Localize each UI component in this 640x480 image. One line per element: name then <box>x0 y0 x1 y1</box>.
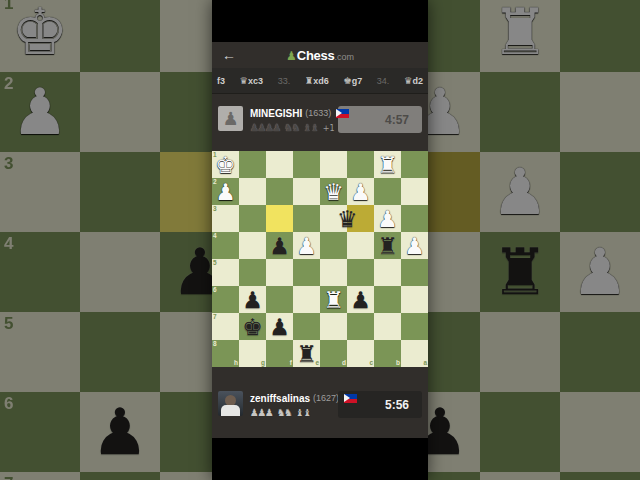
square-h8[interactable]: 8h <box>212 340 239 367</box>
square-c1[interactable] <box>347 151 374 178</box>
square-a2[interactable] <box>401 178 428 205</box>
letterbox-top <box>212 0 428 42</box>
square-g1[interactable] <box>239 151 266 178</box>
square-a7[interactable] <box>560 472 640 480</box>
chess-app: ← ♟Chess.com f3♛xc333.♜xd6♚g734.♛d2 ♟ MI… <box>212 42 428 438</box>
square-f3[interactable] <box>266 205 293 232</box>
square-h2[interactable]: 2♟ <box>212 178 239 205</box>
square-h7[interactable]: 7 <box>212 313 239 340</box>
square-f4[interactable]: ♟ <box>266 232 293 259</box>
rank-label-4: 4 <box>4 235 13 252</box>
square-g2[interactable] <box>80 72 160 152</box>
square-e5[interactable] <box>293 259 320 286</box>
square-a4[interactable]: ♟ <box>560 232 640 312</box>
back-button[interactable]: ← <box>212 47 246 63</box>
player-info-bottom: zeniffsalinas (1627) ♟♟♟♞♞♝♝ <box>250 391 338 419</box>
player-info-top: MINEGISHI (1633) ♟♟♟♟♞♞♝♝+1 <box>250 106 338 134</box>
square-f6[interactable] <box>266 286 293 313</box>
square-b4[interactable]: ♜ <box>480 232 560 312</box>
move-number: 33. <box>278 76 291 86</box>
square-g4[interactable] <box>80 232 160 312</box>
square-a5[interactable] <box>401 259 428 286</box>
black-pawn-f4[interactable]: ♟ <box>266 232 293 259</box>
square-h6[interactable]: 6 <box>212 286 239 313</box>
square-h3[interactable]: 3 <box>0 152 80 232</box>
square-e2[interactable] <box>293 178 320 205</box>
square-d5[interactable] <box>320 259 347 286</box>
file-label-b: b <box>396 360 400 367</box>
captured-bishop-icons: ♝♝ <box>295 408 310 418</box>
square-a2[interactable] <box>560 72 640 152</box>
square-g8[interactable]: g <box>239 340 266 367</box>
move-token-xd6[interactable]: ♜xd6 <box>305 75 329 86</box>
file-label-a: a <box>423 360 427 367</box>
square-f8[interactable]: f <box>266 340 293 367</box>
rank-label-8: 8 <box>213 341 217 348</box>
captured-pawn-icons: ♟♟♟ <box>250 408 272 418</box>
square-f7[interactable]: ♟ <box>266 313 293 340</box>
player-rating-bottom: (1627) <box>313 393 339 403</box>
square-b2[interactable] <box>480 72 560 152</box>
square-a3[interactable] <box>560 152 640 232</box>
app-header: ← ♟Chess.com <box>212 42 428 68</box>
square-a5[interactable] <box>560 312 640 392</box>
square-e4[interactable]: ♟ <box>293 232 320 259</box>
player-name-top: MINEGISHI <box>250 108 302 119</box>
square-g3[interactable] <box>239 205 266 232</box>
square-f2[interactable] <box>266 178 293 205</box>
file-label-f: f <box>290 360 292 367</box>
white-pawn-a4[interactable]: ♟ <box>560 232 640 312</box>
square-g6[interactable]: ♟ <box>239 286 266 313</box>
square-g2[interactable] <box>239 178 266 205</box>
square-c6[interactable]: ♟ <box>347 286 374 313</box>
avatar-top[interactable]: ♟ <box>218 106 243 131</box>
square-a3[interactable] <box>401 205 428 232</box>
captured-knight-icons: ♞♞ <box>276 408 291 418</box>
rank-label-6: 6 <box>213 287 217 294</box>
black-king-g7[interactable]: ♚ <box>80 472 160 480</box>
square-b3[interactable]: ♟ <box>374 205 401 232</box>
queen-figurine-icon: ♛ <box>240 75 249 86</box>
square-b6[interactable] <box>374 286 401 313</box>
square-c2[interactable]: ♟ <box>347 178 374 205</box>
square-h3[interactable]: 3 <box>212 205 239 232</box>
move-number: 34. <box>377 76 390 86</box>
square-f5[interactable] <box>266 259 293 286</box>
philippines-flag-icon <box>336 109 349 118</box>
black-pawn-c6[interactable]: ♟ <box>347 286 374 313</box>
player-rating-top: (1633) <box>305 108 331 118</box>
material-advantage: +1 <box>323 124 335 133</box>
game-board: 1♚♜2♟♛♟3♛♟4♟♟♜♟56♟♜♟7♚♟8hgfe♜dcba <box>212 151 428 367</box>
square-b3[interactable]: ♟ <box>480 152 560 232</box>
rook-figurine-icon: ♜ <box>305 75 314 86</box>
file-label-c: c <box>369 360 373 367</box>
square-c4[interactable] <box>347 232 374 259</box>
square-b8[interactable]: b <box>374 340 401 367</box>
black-pawn-g6[interactable]: ♟ <box>239 286 266 313</box>
square-f1[interactable] <box>266 151 293 178</box>
square-h4[interactable]: 4 <box>0 232 80 312</box>
square-h7[interactable]: 7 <box>0 472 80 480</box>
square-b7[interactable] <box>480 472 560 480</box>
square-e8[interactable]: e♜ <box>293 340 320 367</box>
logo-pawn-icon: ♟ <box>286 49 297 63</box>
square-a8[interactable]: a <box>401 340 428 367</box>
square-d7[interactable] <box>320 313 347 340</box>
white-pawn-c2[interactable]: ♟ <box>347 178 374 205</box>
square-g7[interactable]: ♚ <box>80 472 160 480</box>
letterbox-bottom <box>212 438 428 480</box>
move-token-g7[interactable]: ♚g7 <box>343 75 362 86</box>
square-h5[interactable]: 5 <box>0 312 80 392</box>
philippines-flag-icon <box>344 394 357 403</box>
captured-pieces-bottom: ♟♟♟♞♞♝♝ <box>250 407 338 419</box>
square-e1[interactable] <box>293 151 320 178</box>
white-rook-b1[interactable]: ♜ <box>480 0 560 72</box>
square-b4[interactable]: ♜ <box>374 232 401 259</box>
black-rook-b4[interactable]: ♜ <box>480 232 560 312</box>
captured-pawn-icons: ♟♟♟♟ <box>250 123 280 133</box>
square-h6[interactable]: 6 <box>0 392 80 472</box>
white-pawn-b3[interactable]: ♟ <box>374 205 401 232</box>
square-b1[interactable]: ♜ <box>374 151 401 178</box>
black-rook-e8[interactable]: ♜ <box>293 340 320 367</box>
square-g7[interactable]: ♚ <box>239 313 266 340</box>
square-h1[interactable]: 1♚ <box>0 0 80 72</box>
square-b7[interactable] <box>374 313 401 340</box>
player-name-bottom: zeniffsalinas <box>250 393 310 404</box>
rank-label-5: 5 <box>4 315 13 332</box>
square-c8[interactable]: c <box>347 340 374 367</box>
white-pawn-e4[interactable]: ♟ <box>293 232 320 259</box>
king-figurine-icon: ♚ <box>343 75 352 86</box>
move-token-f3[interactable]: f3 <box>217 76 225 86</box>
white-rook-b1[interactable]: ♜ <box>374 151 401 178</box>
white-king-h1[interactable]: ♚ <box>212 151 239 178</box>
square-a7[interactable] <box>401 313 428 340</box>
square-g5[interactable] <box>239 259 266 286</box>
square-b2[interactable] <box>374 178 401 205</box>
square-c7[interactable] <box>347 313 374 340</box>
square-d8[interactable]: d <box>320 340 347 367</box>
screenshot-stage: 1♚♜2♟♛♟3♛♟4♟♟♜♟56♟♜♟7♚♟8hgfe♜dcba ← ♟Che… <box>0 0 640 480</box>
white-pawn-b3[interactable]: ♟ <box>480 152 560 232</box>
captured-pieces-top: ♟♟♟♟♞♞♝♝+1 <box>250 122 338 134</box>
rank-label-6: 6 <box>4 395 13 412</box>
square-a6[interactable] <box>401 286 428 313</box>
square-c5[interactable] <box>347 259 374 286</box>
move-token-d2[interactable]: ♛d2 <box>404 75 423 86</box>
square-a1[interactable] <box>401 151 428 178</box>
square-b1[interactable]: ♜ <box>480 0 560 72</box>
square-d2[interactable]: ♛ <box>320 178 347 205</box>
rank-label-5: 5 <box>213 260 217 267</box>
rank-label-4: 4 <box>213 233 217 240</box>
avatar-bottom[interactable] <box>218 391 243 416</box>
square-b5[interactable] <box>374 259 401 286</box>
file-label-d: d <box>342 360 346 367</box>
logo-tld-text: .com <box>334 52 354 62</box>
black-pawn-g6[interactable]: ♟ <box>80 392 160 472</box>
square-g4[interactable] <box>239 232 266 259</box>
square-c3[interactable]: ♛ <box>347 205 374 232</box>
square-e6[interactable] <box>293 286 320 313</box>
square-e7[interactable] <box>293 313 320 340</box>
square-g3[interactable] <box>80 152 160 232</box>
square-b5[interactable] <box>480 312 560 392</box>
white-queen-d2[interactable]: ♛ <box>320 178 347 205</box>
square-h4[interactable]: 4 <box>212 232 239 259</box>
queen-figurine-icon: ♛ <box>404 75 413 86</box>
white-pawn-h2[interactable]: ♟ <box>212 178 239 205</box>
move-list-bar: f3♛xc333.♜xd6♚g734.♛d2 <box>212 68 428 94</box>
square-g6[interactable]: ♟ <box>80 392 160 472</box>
white-pawn-a4[interactable]: ♟ <box>401 232 428 259</box>
captured-knight-icons: ♞♞ <box>284 123 299 133</box>
square-a4[interactable]: ♟ <box>401 232 428 259</box>
logo-brand-text: Chess <box>297 48 335 63</box>
rank-label-3: 3 <box>213 206 217 213</box>
black-pawn-f7[interactable]: ♟ <box>266 313 293 340</box>
square-d1[interactable] <box>320 151 347 178</box>
captured-bishop-icons: ♝♝ <box>303 123 318 133</box>
file-label-h: h <box>234 360 238 367</box>
white-pawn-h2[interactable]: ♟ <box>0 72 80 152</box>
default-avatar-pawn-icon: ♟ <box>222 110 238 128</box>
black-rook-b4[interactable]: ♜ <box>374 232 401 259</box>
rank-label-3: 3 <box>4 155 13 172</box>
phone-screen: ← ♟Chess.com f3♛xc333.♜xd6♚g734.♛d2 ♟ MI… <box>212 0 428 480</box>
square-a6[interactable] <box>560 392 640 472</box>
square-a1[interactable] <box>560 0 640 72</box>
square-e3[interactable] <box>293 205 320 232</box>
black-queen-c3[interactable]: ♛ <box>334 205 361 232</box>
white-rook-d6[interactable]: ♜ <box>320 286 347 313</box>
white-king-h1[interactable]: ♚ <box>0 0 80 72</box>
square-h5[interactable]: 5 <box>212 259 239 286</box>
rank-label-7: 7 <box>213 314 217 321</box>
black-king-g7[interactable]: ♚ <box>239 313 266 340</box>
square-g1[interactable] <box>80 0 160 72</box>
square-h1[interactable]: 1♚ <box>212 151 239 178</box>
square-d6[interactable]: ♜ <box>320 286 347 313</box>
file-label-g: g <box>261 360 265 367</box>
avatar-photo-shirt <box>221 405 240 416</box>
square-h2[interactable]: 2♟ <box>0 72 80 152</box>
rank-label-7: 7 <box>4 475 13 480</box>
square-b6[interactable] <box>480 392 560 472</box>
player-card-bottom: zeniffsalinas (1627) ♟♟♟♞♞♝♝ 5:56 <box>212 385 428 433</box>
square-d4[interactable] <box>320 232 347 259</box>
move-token-xc3[interactable]: ♛xc3 <box>240 75 264 86</box>
clock-white: 4:57 <box>338 106 422 133</box>
player-card-top: ♟ MINEGISHI (1633) ♟♟♟♟♞♞♝♝+1 4:57 <box>212 100 428 148</box>
square-g5[interactable] <box>80 312 160 392</box>
